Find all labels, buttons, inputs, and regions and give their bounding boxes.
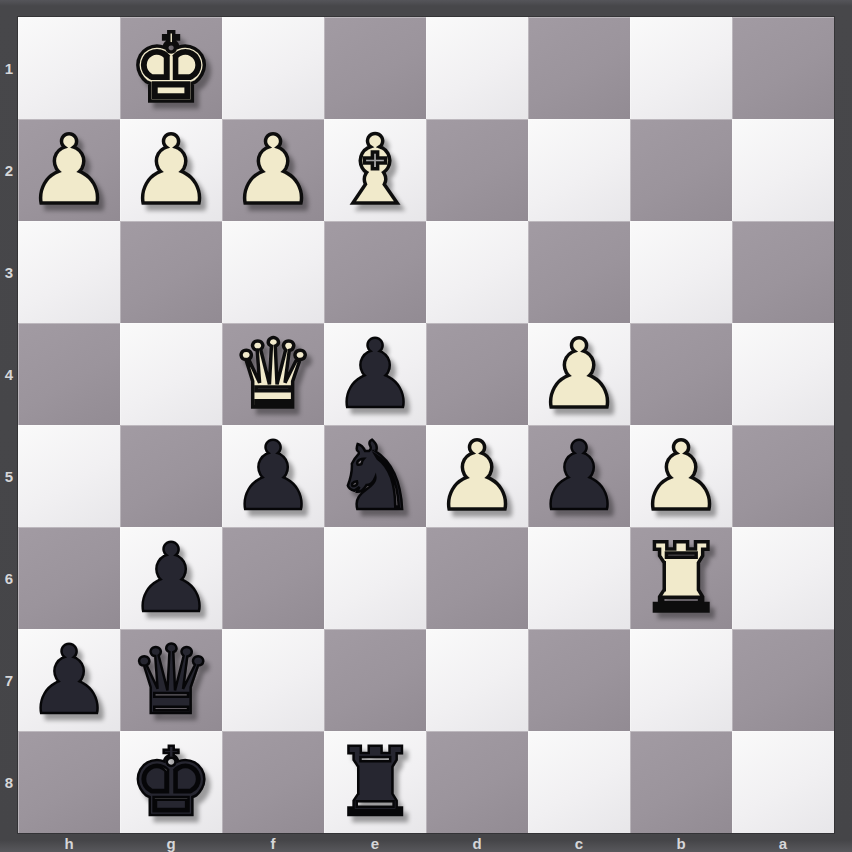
square-d1[interactable] bbox=[426, 17, 528, 119]
square-g2[interactable]: ♟ bbox=[120, 119, 222, 221]
square-h3[interactable] bbox=[18, 221, 120, 323]
square-d4[interactable] bbox=[426, 323, 528, 425]
square-d2[interactable] bbox=[426, 119, 528, 221]
square-a1[interactable] bbox=[732, 17, 834, 119]
square-e1[interactable] bbox=[324, 17, 426, 119]
square-a6[interactable] bbox=[732, 527, 834, 629]
square-f3[interactable] bbox=[222, 221, 324, 323]
square-b6[interactable]: ♜ bbox=[630, 527, 732, 629]
black-queen[interactable]: ♛ bbox=[128, 629, 213, 731]
square-d8[interactable] bbox=[426, 731, 528, 833]
rank-label-2: 2 bbox=[0, 119, 18, 221]
rank-label-4: 4 bbox=[0, 323, 18, 425]
square-b5[interactable]: ♟ bbox=[630, 425, 732, 527]
square-g5[interactable] bbox=[120, 425, 222, 527]
square-g1[interactable]: ♚ bbox=[120, 17, 222, 119]
square-a3[interactable] bbox=[732, 221, 834, 323]
square-b1[interactable] bbox=[630, 17, 732, 119]
file-label-e: e bbox=[324, 833, 426, 852]
square-c3[interactable] bbox=[528, 221, 630, 323]
rank-label-6: 6 bbox=[0, 527, 18, 629]
square-g3[interactable] bbox=[120, 221, 222, 323]
square-h7[interactable]: ♟ bbox=[18, 629, 120, 731]
file-labels: hgfedcba bbox=[18, 833, 834, 852]
black-rook[interactable]: ♜ bbox=[332, 731, 417, 833]
square-f2[interactable]: ♟ bbox=[222, 119, 324, 221]
square-d7[interactable] bbox=[426, 629, 528, 731]
file-label-b: b bbox=[630, 833, 732, 852]
black-pawn[interactable]: ♟ bbox=[536, 425, 621, 527]
square-b8[interactable] bbox=[630, 731, 732, 833]
square-d6[interactable] bbox=[426, 527, 528, 629]
rank-label-5: 5 bbox=[0, 425, 18, 527]
square-g7[interactable]: ♛ bbox=[120, 629, 222, 731]
square-b3[interactable] bbox=[630, 221, 732, 323]
square-e8[interactable]: ♜ bbox=[324, 731, 426, 833]
square-c1[interactable] bbox=[528, 17, 630, 119]
square-b7[interactable] bbox=[630, 629, 732, 731]
square-h4[interactable] bbox=[18, 323, 120, 425]
white-pawn[interactable]: ♟ bbox=[536, 323, 621, 425]
white-pawn[interactable]: ♟ bbox=[230, 119, 315, 221]
square-f1[interactable] bbox=[222, 17, 324, 119]
white-queen[interactable]: ♛ bbox=[230, 323, 315, 425]
black-knight[interactable]: ♞ bbox=[332, 425, 417, 527]
rank-label-3: 3 bbox=[0, 221, 18, 323]
square-a4[interactable] bbox=[732, 323, 834, 425]
square-b4[interactable] bbox=[630, 323, 732, 425]
square-c7[interactable] bbox=[528, 629, 630, 731]
square-a2[interactable] bbox=[732, 119, 834, 221]
square-f5[interactable]: ♟ bbox=[222, 425, 324, 527]
file-label-h: h bbox=[18, 833, 120, 852]
file-label-g: g bbox=[120, 833, 222, 852]
square-c6[interactable] bbox=[528, 527, 630, 629]
rank-label-7: 7 bbox=[0, 629, 18, 731]
file-label-a: a bbox=[732, 833, 834, 852]
square-d3[interactable] bbox=[426, 221, 528, 323]
square-b2[interactable] bbox=[630, 119, 732, 221]
rank-label-8: 8 bbox=[0, 731, 18, 833]
white-rook[interactable]: ♜ bbox=[638, 527, 723, 629]
white-pawn[interactable]: ♟ bbox=[434, 425, 519, 527]
square-a5[interactable] bbox=[732, 425, 834, 527]
file-label-f: f bbox=[222, 833, 324, 852]
board: ♚♟♟♟♝♛♟♟♟♞♟♟♟♟♜♟♛♚♜ bbox=[18, 17, 834, 833]
square-c5[interactable]: ♟ bbox=[528, 425, 630, 527]
white-bishop[interactable]: ♝ bbox=[332, 119, 417, 221]
black-pawn[interactable]: ♟ bbox=[26, 629, 111, 731]
white-pawn[interactable]: ♟ bbox=[638, 425, 723, 527]
square-e2[interactable]: ♝ bbox=[324, 119, 426, 221]
square-a8[interactable] bbox=[732, 731, 834, 833]
square-h6[interactable] bbox=[18, 527, 120, 629]
square-d5[interactable]: ♟ bbox=[426, 425, 528, 527]
square-g6[interactable]: ♟ bbox=[120, 527, 222, 629]
square-e4[interactable]: ♟ bbox=[324, 323, 426, 425]
square-h8[interactable] bbox=[18, 731, 120, 833]
square-h1[interactable] bbox=[18, 17, 120, 119]
square-f8[interactable] bbox=[222, 731, 324, 833]
square-h2[interactable]: ♟ bbox=[18, 119, 120, 221]
square-a7[interactable] bbox=[732, 629, 834, 731]
square-c8[interactable] bbox=[528, 731, 630, 833]
square-e7[interactable] bbox=[324, 629, 426, 731]
square-c4[interactable]: ♟ bbox=[528, 323, 630, 425]
chessboard-window: 12345678 ♚♟♟♟♝♛♟♟♟♞♟♟♟♟♜♟♛♚♜ hgfedcba bbox=[0, 0, 852, 852]
white-pawn[interactable]: ♟ bbox=[26, 119, 111, 221]
white-pawn[interactable]: ♟ bbox=[128, 119, 213, 221]
square-f7[interactable] bbox=[222, 629, 324, 731]
rank-labels: 12345678 bbox=[0, 17, 18, 833]
file-label-c: c bbox=[528, 833, 630, 852]
square-f6[interactable] bbox=[222, 527, 324, 629]
square-c2[interactable] bbox=[528, 119, 630, 221]
rank-label-1: 1 bbox=[0, 17, 18, 119]
square-g4[interactable] bbox=[120, 323, 222, 425]
square-e6[interactable] bbox=[324, 527, 426, 629]
square-e5[interactable]: ♞ bbox=[324, 425, 426, 527]
black-pawn[interactable]: ♟ bbox=[332, 323, 417, 425]
black-king[interactable]: ♚ bbox=[128, 731, 213, 833]
white-king[interactable]: ♚ bbox=[128, 17, 213, 119]
file-label-d: d bbox=[426, 833, 528, 852]
black-pawn[interactable]: ♟ bbox=[128, 527, 213, 629]
square-g8[interactable]: ♚ bbox=[120, 731, 222, 833]
square-f4[interactable]: ♛ bbox=[222, 323, 324, 425]
square-e3[interactable] bbox=[324, 221, 426, 323]
black-pawn[interactable]: ♟ bbox=[230, 425, 315, 527]
square-h5[interactable] bbox=[18, 425, 120, 527]
